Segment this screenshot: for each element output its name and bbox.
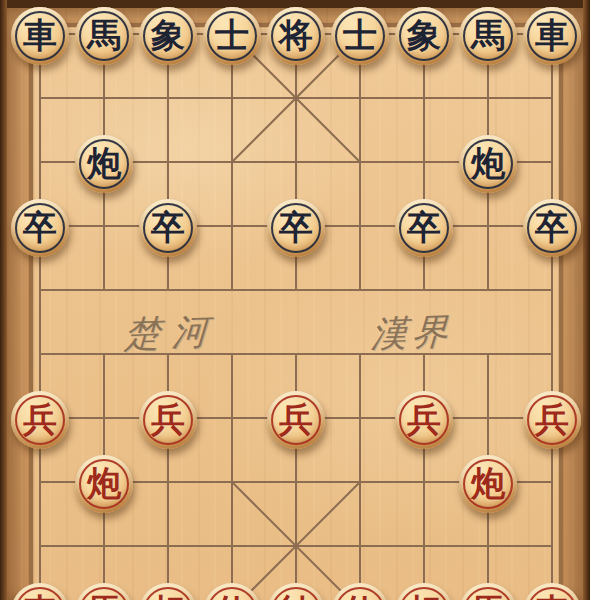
piece-glyph: 炮 [471, 466, 505, 500]
piece-glyph: 仕 [343, 594, 377, 600]
piece-glyph: 車 [535, 594, 569, 600]
piece-black-soldier[interactable]: 卒 [395, 199, 453, 257]
piece-black-elephant[interactable]: 象 [139, 7, 197, 65]
piece-red-soldier[interactable]: 兵 [523, 391, 581, 449]
piece-glyph: 馬 [87, 18, 121, 52]
piece-black-soldier[interactable]: 卒 [139, 199, 197, 257]
piece-glyph: 兵 [407, 402, 441, 436]
piece-black-advisor[interactable]: 士 [331, 7, 389, 65]
piece-glyph: 帥 [279, 594, 313, 600]
board-frame-right [583, 0, 590, 600]
piece-black-horse[interactable]: 馬 [459, 7, 517, 65]
piece-red-soldier[interactable]: 兵 [267, 391, 325, 449]
piece-glyph: 車 [23, 18, 57, 52]
piece-glyph: 馬 [87, 594, 121, 600]
piece-glyph: 車 [535, 18, 569, 52]
piece-black-soldier[interactable]: 卒 [267, 199, 325, 257]
piece-glyph: 将 [279, 18, 313, 52]
piece-glyph: 兵 [535, 402, 569, 436]
piece-glyph: 兵 [279, 402, 313, 436]
piece-glyph: 士 [343, 18, 377, 52]
piece-glyph: 卒 [535, 210, 569, 244]
piece-red-cannon[interactable]: 炮 [75, 455, 133, 513]
piece-black-chariot[interactable]: 車 [11, 7, 69, 65]
piece-glyph: 兵 [151, 402, 185, 436]
piece-glyph: 炮 [471, 146, 505, 180]
piece-glyph: 相 [407, 594, 441, 600]
piece-glyph: 象 [407, 18, 441, 52]
piece-glyph: 馬 [471, 18, 505, 52]
piece-glyph: 卒 [407, 210, 441, 244]
piece-glyph: 士 [215, 18, 249, 52]
xiangqi-board[interactable]: 楚河 漢界 車馬象士将士象馬車炮炮卒卒卒卒卒兵兵兵兵兵炮炮車馬相仕帥仕相馬車 [0, 0, 590, 600]
piece-red-soldier[interactable]: 兵 [395, 391, 453, 449]
piece-glyph: 馬 [471, 594, 505, 600]
piece-black-elephant[interactable]: 象 [395, 7, 453, 65]
river-label-han-border: 漢界 [370, 310, 454, 357]
piece-black-general[interactable]: 将 [267, 7, 325, 65]
piece-glyph: 卒 [151, 210, 185, 244]
piece-red-soldier[interactable]: 兵 [11, 391, 69, 449]
piece-glyph: 象 [151, 18, 185, 52]
piece-black-soldier[interactable]: 卒 [523, 199, 581, 257]
piece-glyph: 卒 [23, 210, 57, 244]
piece-glyph: 炮 [87, 466, 121, 500]
piece-glyph: 仕 [215, 594, 249, 600]
piece-black-cannon[interactable]: 炮 [459, 135, 517, 193]
river-label-chu-river: 楚河 [123, 309, 221, 356]
piece-glyph: 兵 [23, 402, 57, 436]
piece-red-cannon[interactable]: 炮 [459, 455, 517, 513]
piece-glyph: 卒 [279, 210, 313, 244]
piece-black-horse[interactable]: 馬 [75, 7, 133, 65]
piece-black-soldier[interactable]: 卒 [11, 199, 69, 257]
piece-glyph: 相 [151, 594, 185, 600]
piece-black-advisor[interactable]: 士 [203, 7, 261, 65]
board-frame-left [0, 0, 7, 600]
board-surface [33, 25, 560, 600]
piece-glyph: 車 [23, 594, 57, 600]
piece-black-cannon[interactable]: 炮 [75, 135, 133, 193]
piece-red-soldier[interactable]: 兵 [139, 391, 197, 449]
piece-glyph: 炮 [87, 146, 121, 180]
piece-black-chariot[interactable]: 車 [523, 7, 581, 65]
